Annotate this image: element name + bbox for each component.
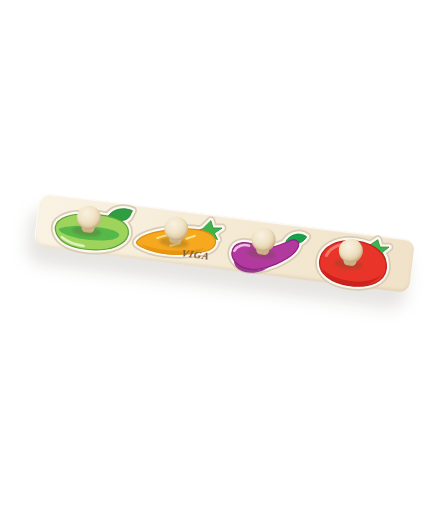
- slot-green-pepper: [43, 194, 137, 261]
- puzzle-board: VIGA: [32, 193, 415, 306]
- wooden-knob-tomato: [333, 237, 367, 274]
- slot-tomato: [305, 227, 399, 294]
- product-photo: VIGA: [0, 0, 435, 519]
- wooden-knob-pepper: [71, 204, 105, 241]
- slot-carrot: [130, 205, 224, 272]
- slot-eggplant: [218, 216, 312, 283]
- wooden-knob-carrot: [159, 215, 193, 252]
- wooden-knob-eggplant: [246, 226, 280, 263]
